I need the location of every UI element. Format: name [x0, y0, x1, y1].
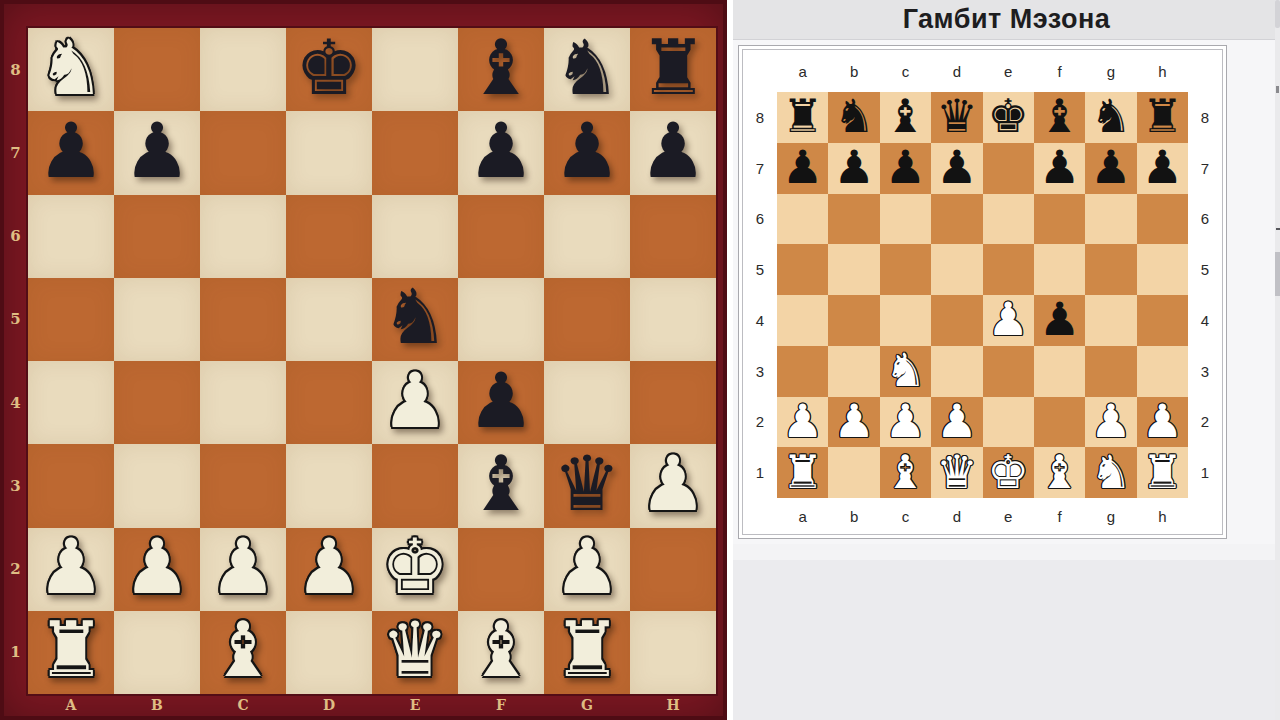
black-pawn-h7: ♟	[1142, 144, 1183, 190]
opening-title-bar: Гамбит Мэзона	[733, 0, 1280, 40]
square-g2[interactable]: ♟	[544, 528, 630, 611]
square-h2[interactable]	[630, 528, 716, 611]
square-e2[interactable]: ♚	[372, 528, 458, 611]
square-a6[interactable]	[777, 194, 828, 245]
square-c2[interactable]: ♟	[200, 528, 286, 611]
square-h7[interactable]: ♟	[1137, 143, 1188, 194]
diagram-rank-label-right-6: 6	[1188, 194, 1222, 245]
white-queen-d1: ♛	[936, 449, 977, 495]
square-b6[interactable]	[828, 194, 879, 245]
square-e6[interactable]	[372, 195, 458, 278]
square-e1[interactable]: ♚	[983, 447, 1034, 498]
square-h4[interactable]	[630, 361, 716, 444]
main-rank-label-3: 3	[5, 444, 26, 527]
black-bishop-f8: ♝	[467, 30, 535, 106]
diagram-rank-labels-left: 87654321	[743, 92, 777, 498]
square-a1[interactable]: ♜	[28, 611, 114, 694]
black-king-e8: ♚	[988, 93, 1029, 139]
scrollbar-thumb[interactable]	[1275, 252, 1280, 296]
square-b5[interactable]	[114, 278, 200, 361]
square-a6[interactable]	[28, 195, 114, 278]
diagram-file-label-top-h: h	[1137, 50, 1188, 92]
diagram-rank-label-right-4: 4	[1188, 295, 1222, 346]
diagram-card: abcdefgh 87654321 ♜♞♝♛♚♝♞♜♟♟♟♟♟♟♟♟♟♞♟♟♟♟…	[738, 45, 1227, 539]
white-bishop-f1: ♝	[467, 612, 535, 688]
square-a2[interactable]: ♟	[28, 528, 114, 611]
square-c4[interactable]	[200, 361, 286, 444]
square-b8[interactable]	[114, 28, 200, 111]
diagram-file-label-bottom-g: g	[1085, 498, 1136, 534]
square-f2[interactable]	[458, 528, 544, 611]
square-g4[interactable]	[544, 361, 630, 444]
diagram-rank-label-left-8: 8	[743, 92, 777, 143]
diagram-file-label-top-g: g	[1085, 50, 1136, 92]
black-rook-h8: ♜	[1142, 93, 1183, 139]
black-pawn-b7: ♟	[123, 113, 191, 189]
square-b7[interactable]: ♟	[828, 143, 879, 194]
black-queen-g3: ♛	[553, 446, 621, 522]
square-c2[interactable]: ♟	[880, 397, 931, 448]
square-g5[interactable]	[544, 278, 630, 361]
square-d4[interactable]	[286, 361, 372, 444]
square-f5[interactable]	[458, 278, 544, 361]
square-c8[interactable]	[200, 28, 286, 111]
diagram-rank-label-left-3: 3	[743, 346, 777, 397]
square-e7[interactable]	[372, 111, 458, 194]
square-d1[interactable]: ♛	[931, 447, 982, 498]
diagram-file-label-bottom-e: e	[983, 498, 1034, 534]
square-f8[interactable]: ♝	[458, 28, 544, 111]
white-rook-a1: ♜	[782, 449, 823, 495]
square-c3[interactable]: ♞	[880, 346, 931, 397]
square-c3[interactable]	[200, 444, 286, 527]
square-a4[interactable]	[777, 295, 828, 346]
square-e5[interactable]	[983, 244, 1034, 295]
black-pawn-g7: ♟	[1090, 144, 1131, 190]
diagram-rank-label-right-2: 2	[1188, 397, 1222, 448]
diagram-file-label-top-e: e	[983, 50, 1034, 92]
black-pawn-h7: ♟	[639, 113, 707, 189]
square-g5[interactable]	[1085, 244, 1136, 295]
main-file-label-f: F	[458, 692, 544, 718]
opening-diagram-panel: Гамбит Мэзона abcdefgh 87654321 ♜♞♝♛♚♝♞♜…	[727, 0, 1280, 720]
square-g8[interactable]: ♞	[544, 28, 630, 111]
square-c1[interactable]: ♝	[200, 611, 286, 694]
diagram-file-label-top-f: f	[1034, 50, 1085, 92]
scrollbar-up-button[interactable]	[1275, 0, 1280, 28]
square-a1[interactable]: ♜	[777, 447, 828, 498]
diagram-file-label-bottom-h: h	[1137, 498, 1188, 534]
black-knight-g8: ♞	[1090, 93, 1131, 139]
main-rank-label-5: 5	[5, 278, 26, 361]
white-pawn-d2: ♟	[936, 398, 977, 444]
square-h3[interactable]: ♟	[630, 444, 716, 527]
main-file-label-b: B	[114, 692, 200, 718]
white-pawn-d2: ♟	[295, 529, 363, 605]
white-knight-c3: ♞	[885, 347, 926, 393]
square-h8[interactable]: ♜	[630, 28, 716, 111]
diagram-rank-label-left-4: 4	[743, 295, 777, 346]
black-bishop-f3: ♝	[467, 446, 535, 522]
square-d8[interactable]: ♚	[286, 28, 372, 111]
white-pawn-b2: ♟	[123, 529, 191, 605]
diagram-chessboard: ♜♞♝♛♚♝♞♜♟♟♟♟♟♟♟♟♟♞♟♟♟♟♟♟♜♝♛♚♝♞♜	[777, 92, 1188, 498]
square-a7[interactable]: ♟	[28, 111, 114, 194]
square-g6[interactable]	[1085, 194, 1136, 245]
main-rank-label-2: 2	[5, 528, 26, 611]
square-f1[interactable]: ♝	[458, 611, 544, 694]
diagram-rank-label-right-1: 1	[1188, 447, 1222, 498]
square-h5[interactable]	[630, 278, 716, 361]
white-pawn-e4: ♟	[381, 363, 449, 439]
scrollbar-mark	[1276, 228, 1280, 230]
square-f1[interactable]: ♝	[1034, 447, 1085, 498]
square-e5[interactable]: ♞	[372, 278, 458, 361]
main-rank-label-7: 7	[5, 111, 26, 194]
white-rook-h1: ♜	[1142, 449, 1183, 495]
square-a5[interactable]	[777, 244, 828, 295]
square-f7[interactable]: ♟	[458, 111, 544, 194]
square-e3[interactable]	[983, 346, 1034, 397]
main-rank-label-6: 6	[5, 195, 26, 278]
square-e7[interactable]	[983, 143, 1034, 194]
main-file-label-e: E	[372, 692, 458, 718]
black-pawn-f4: ♟	[1039, 296, 1080, 342]
black-pawn-a7: ♟	[37, 113, 105, 189]
diagram-file-label-bottom-c: c	[880, 498, 931, 534]
square-b4[interactable]	[114, 361, 200, 444]
white-queen-e1: ♛	[381, 612, 449, 688]
square-a8[interactable]: ♞	[28, 28, 114, 111]
square-f5[interactable]	[1034, 244, 1085, 295]
content-background	[733, 544, 1280, 720]
square-d3[interactable]	[286, 444, 372, 527]
square-d6[interactable]	[286, 195, 372, 278]
square-d3[interactable]	[931, 346, 982, 397]
square-d7[interactable]: ♟	[931, 143, 982, 194]
black-knight-e5: ♞	[381, 279, 449, 355]
square-b1[interactable]	[114, 611, 200, 694]
square-f8[interactable]: ♝	[1034, 92, 1085, 143]
square-b1[interactable]	[828, 447, 879, 498]
square-c5[interactable]	[880, 244, 931, 295]
square-h6[interactable]	[1137, 194, 1188, 245]
square-b2[interactable]: ♟	[828, 397, 879, 448]
square-g8[interactable]: ♞	[1085, 92, 1136, 143]
square-g7[interactable]: ♟	[544, 111, 630, 194]
white-pawn-g2: ♟	[553, 529, 621, 605]
white-pawn-b2: ♟	[833, 398, 874, 444]
main-file-label-h: H	[630, 692, 716, 718]
square-b7[interactable]: ♟	[114, 111, 200, 194]
square-g3[interactable]: ♛	[544, 444, 630, 527]
square-c4[interactable]	[880, 295, 931, 346]
black-pawn-g7: ♟	[553, 113, 621, 189]
square-d2[interactable]: ♟	[286, 528, 372, 611]
black-rook-a8: ♜	[782, 93, 823, 139]
black-bishop-c8: ♝	[885, 93, 926, 139]
black-pawn-b7: ♟	[833, 144, 874, 190]
square-c6[interactable]	[200, 195, 286, 278]
square-g1[interactable]: ♜	[544, 611, 630, 694]
square-h5[interactable]	[1137, 244, 1188, 295]
square-c5[interactable]	[200, 278, 286, 361]
main-file-label-d: D	[286, 692, 372, 718]
diagram-rank-label-left-1: 1	[743, 447, 777, 498]
diagram-file-label-top-d: d	[931, 50, 982, 92]
square-g3[interactable]	[1085, 346, 1136, 397]
diagram-rank-label-left-7: 7	[743, 143, 777, 194]
square-h6[interactable]	[630, 195, 716, 278]
square-e3[interactable]	[372, 444, 458, 527]
square-f6[interactable]	[1034, 194, 1085, 245]
square-a5[interactable]	[28, 278, 114, 361]
square-a3[interactable]	[777, 346, 828, 397]
diagram-rank-labels-right: 87654321	[1188, 92, 1222, 498]
diagram-file-labels-bottom: abcdefgh	[777, 498, 1188, 534]
black-bishop-f8: ♝	[1039, 93, 1080, 139]
square-d4[interactable]	[931, 295, 982, 346]
white-knight-a8: ♞	[37, 30, 105, 106]
square-h8[interactable]: ♜	[1137, 92, 1188, 143]
square-e4[interactable]: ♟	[983, 295, 1034, 346]
square-a2[interactable]: ♟	[777, 397, 828, 448]
main-rank-label-1: 1	[5, 611, 26, 694]
square-e8[interactable]	[372, 28, 458, 111]
black-rook-h8: ♜	[639, 30, 707, 106]
square-b6[interactable]	[114, 195, 200, 278]
black-queen-d8: ♛	[936, 93, 977, 139]
square-a8[interactable]: ♜	[777, 92, 828, 143]
square-d7[interactable]	[286, 111, 372, 194]
white-knight-g1: ♞	[1090, 449, 1131, 495]
main-chessboard-panel: 87654321 ♞♚♝♞♜♟♟♟♟♟♞♟♟♝♛♟♟♟♟♟♚♟♜♝♛♝♜ ABC…	[0, 0, 727, 720]
main-rank-label-4: 4	[5, 361, 26, 444]
square-g2[interactable]: ♟	[1085, 397, 1136, 448]
black-knight-b8: ♞	[833, 93, 874, 139]
white-pawn-a2: ♟	[782, 398, 823, 444]
white-rook-g1: ♜	[553, 612, 621, 688]
square-h3[interactable]	[1137, 346, 1188, 397]
square-b5[interactable]	[828, 244, 879, 295]
square-h2[interactable]: ♟	[1137, 397, 1188, 448]
square-c7[interactable]: ♟	[880, 143, 931, 194]
square-g7[interactable]: ♟	[1085, 143, 1136, 194]
square-f2[interactable]	[1034, 397, 1085, 448]
square-d2[interactable]: ♟	[931, 397, 982, 448]
square-d5[interactable]	[931, 244, 982, 295]
main-file-label-c: C	[200, 692, 286, 718]
diagram-rank-label-left-6: 6	[743, 194, 777, 245]
opening-title: Гамбит Мэзона	[903, 4, 1111, 35]
square-d5[interactable]	[286, 278, 372, 361]
black-pawn-d7: ♟	[936, 144, 977, 190]
square-f4[interactable]: ♟	[458, 361, 544, 444]
square-f4[interactable]: ♟	[1034, 295, 1085, 346]
white-king-e2: ♚	[381, 529, 449, 605]
square-h1[interactable]	[630, 611, 716, 694]
square-c1[interactable]: ♝	[880, 447, 931, 498]
square-e1[interactable]: ♛	[372, 611, 458, 694]
square-b3[interactable]	[828, 346, 879, 397]
square-h1[interactable]: ♜	[1137, 447, 1188, 498]
main-file-label-a: A	[28, 692, 114, 718]
square-h4[interactable]	[1137, 295, 1188, 346]
square-b3[interactable]	[114, 444, 200, 527]
diagram-file-label-bottom-b: b	[828, 498, 879, 534]
white-bishop-f1: ♝	[1039, 449, 1080, 495]
diagram-rank-label-right-7: 7	[1188, 143, 1222, 194]
square-f7[interactable]: ♟	[1034, 143, 1085, 194]
square-c8[interactable]: ♝	[880, 92, 931, 143]
white-king-e1: ♚	[988, 449, 1029, 495]
square-g4[interactable]	[1085, 295, 1136, 346]
white-pawn-e4: ♟	[988, 296, 1029, 342]
diagram-file-label-bottom-d: d	[931, 498, 982, 534]
black-pawn-c7: ♟	[885, 144, 926, 190]
square-b4[interactable]	[828, 295, 879, 346]
square-g1[interactable]: ♞	[1085, 447, 1136, 498]
diagram-rank-label-right-3: 3	[1188, 346, 1222, 397]
black-knight-g8: ♞	[553, 30, 621, 106]
diagram-rank-label-right-8: 8	[1188, 92, 1222, 143]
white-pawn-a2: ♟	[37, 529, 105, 605]
square-a7[interactable]: ♟	[777, 143, 828, 194]
main-chessboard: ♞♚♝♞♜♟♟♟♟♟♞♟♟♝♛♟♟♟♟♟♚♟♜♝♛♝♜	[28, 28, 716, 694]
diagram-file-label-bottom-f: f	[1034, 498, 1085, 534]
square-b8[interactable]: ♞	[828, 92, 879, 143]
square-b2[interactable]: ♟	[114, 528, 200, 611]
diagram-rank-label-right-5: 5	[1188, 244, 1222, 295]
white-rook-a1: ♜	[37, 612, 105, 688]
diagram-file-labels-top: abcdefgh	[777, 50, 1188, 92]
square-f3[interactable]: ♝	[458, 444, 544, 527]
black-king-d8: ♚	[295, 30, 363, 106]
square-e6[interactable]	[983, 194, 1034, 245]
square-d6[interactable]	[931, 194, 982, 245]
black-pawn-f7: ♟	[467, 113, 535, 189]
diagram-file-label-top-a: a	[777, 50, 828, 92]
white-pawn-c2: ♟	[885, 398, 926, 444]
square-a3[interactable]	[28, 444, 114, 527]
square-f3[interactable]	[1034, 346, 1085, 397]
square-e2[interactable]	[983, 397, 1034, 448]
square-f6[interactable]	[458, 195, 544, 278]
black-pawn-a7: ♟	[782, 144, 823, 190]
diagram-rank-label-left-2: 2	[743, 397, 777, 448]
scrollbar-mark	[1276, 86, 1279, 93]
square-c6[interactable]	[880, 194, 931, 245]
main-board-file-labels: ABCDEFGH	[28, 692, 716, 718]
white-pawn-g2: ♟	[1090, 398, 1131, 444]
main-file-label-g: G	[544, 692, 630, 718]
square-d8[interactable]: ♛	[931, 92, 982, 143]
white-pawn-c2: ♟	[209, 529, 277, 605]
square-g6[interactable]	[544, 195, 630, 278]
white-pawn-h2: ♟	[1142, 398, 1183, 444]
white-bishop-c1: ♝	[209, 612, 277, 688]
square-a4[interactable]	[28, 361, 114, 444]
diagram-file-label-top-c: c	[880, 50, 931, 92]
square-c7[interactable]	[200, 111, 286, 194]
diagram-file-label-bottom-a: a	[777, 498, 828, 534]
square-d1[interactable]	[286, 611, 372, 694]
white-bishop-c1: ♝	[885, 449, 926, 495]
diagram-card-inner: abcdefgh 87654321 ♜♞♝♛♚♝♞♜♟♟♟♟♟♟♟♟♟♞♟♟♟♟…	[742, 49, 1223, 535]
square-e4[interactable]: ♟	[372, 361, 458, 444]
square-e8[interactable]: ♚	[983, 92, 1034, 143]
black-pawn-f4: ♟	[467, 363, 535, 439]
screen: 87654321 ♞♚♝♞♜♟♟♟♟♟♞♟♟♝♛♟♟♟♟♟♚♟♜♝♛♝♜ ABC…	[0, 0, 1280, 720]
main-rank-label-8: 8	[5, 28, 26, 111]
square-h7[interactable]: ♟	[630, 111, 716, 194]
white-pawn-h3: ♟	[639, 446, 707, 522]
diagram-rank-label-left-5: 5	[743, 244, 777, 295]
scrollbar[interactable]	[1275, 0, 1280, 720]
black-pawn-f7: ♟	[1039, 144, 1080, 190]
main-board-rank-labels: 87654321	[5, 28, 26, 694]
diagram-file-label-top-b: b	[828, 50, 879, 92]
